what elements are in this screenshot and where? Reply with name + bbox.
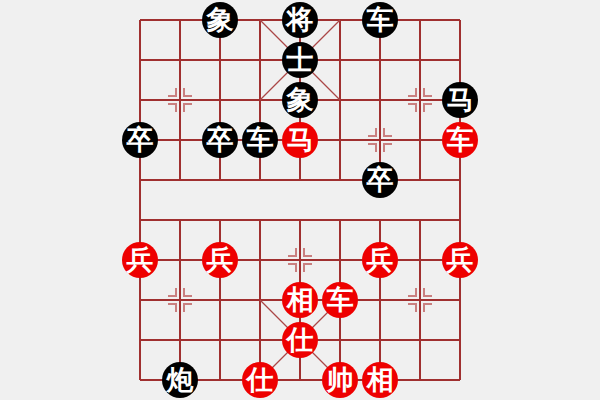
piece-red-soldier[interactable]: 兵 xyxy=(202,242,238,278)
piece-red-chariot[interactable]: 车 xyxy=(442,122,478,158)
piece-black-advisor[interactable]: 士 xyxy=(282,42,318,78)
piece-red-soldier[interactable]: 兵 xyxy=(122,242,158,278)
piece-red-elephant[interactable]: 相 xyxy=(362,362,398,398)
piece-black-horse[interactable]: 马 xyxy=(442,82,478,118)
piece-red-advisor[interactable]: 仕 xyxy=(282,322,318,358)
xiangqi-app-canvas: 象将车士象马卒卒车马车卒兵兵兵兵相车仕炮仕帅相 xyxy=(0,0,600,400)
piece-black-soldier[interactable]: 卒 xyxy=(122,122,158,158)
piece-red-advisor[interactable]: 仕 xyxy=(242,362,278,398)
piece-black-elephant[interactable]: 象 xyxy=(282,82,318,118)
piece-black-chariot[interactable]: 车 xyxy=(362,2,398,38)
piece-red-elephant[interactable]: 相 xyxy=(282,282,318,318)
piece-black-cannon[interactable]: 炮 xyxy=(162,362,198,398)
piece-red-soldier[interactable]: 兵 xyxy=(442,242,478,278)
piece-black-elephant[interactable]: 象 xyxy=(202,2,238,38)
piece-red-horse[interactable]: 马 xyxy=(282,122,318,158)
xiangqi-board: 象将车士象马卒卒车马车卒兵兵兵兵相车仕炮仕帅相 xyxy=(120,0,480,400)
piece-black-general[interactable]: 将 xyxy=(282,2,318,38)
piece-black-soldier[interactable]: 卒 xyxy=(202,122,238,158)
piece-red-general[interactable]: 帅 xyxy=(322,362,358,398)
piece-black-chariot[interactable]: 车 xyxy=(242,122,278,158)
piece-red-soldier[interactable]: 兵 xyxy=(362,242,398,278)
pieces-layer: 象将车士象马卒卒车马车卒兵兵兵兵相车仕炮仕帅相 xyxy=(120,0,480,400)
piece-red-chariot[interactable]: 车 xyxy=(322,282,358,318)
piece-black-soldier[interactable]: 卒 xyxy=(362,162,398,198)
